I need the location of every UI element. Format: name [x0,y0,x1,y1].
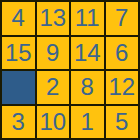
tile-12[interactable]: 12 [106,71,139,104]
tile-9[interactable]: 9 [37,37,70,70]
tile-3[interactable]: 3 [2,106,35,139]
tile-4[interactable]: 4 [2,2,35,35]
tile-13[interactable]: 13 [37,2,70,35]
tile-1[interactable]: 1 [71,106,104,139]
tile-5[interactable]: 5 [106,106,139,139]
tile-7[interactable]: 7 [106,2,139,35]
tile-8[interactable]: 8 [71,71,104,104]
tile-14[interactable]: 14 [71,37,104,70]
blank-cell [2,71,35,104]
tile-2[interactable]: 2 [37,71,70,104]
puzzle-board: 413117159146281231015 [0,0,140,140]
tile-10[interactable]: 10 [37,106,70,139]
tile-11[interactable]: 11 [71,2,104,35]
tile-6[interactable]: 6 [106,37,139,70]
tile-15[interactable]: 15 [2,37,35,70]
